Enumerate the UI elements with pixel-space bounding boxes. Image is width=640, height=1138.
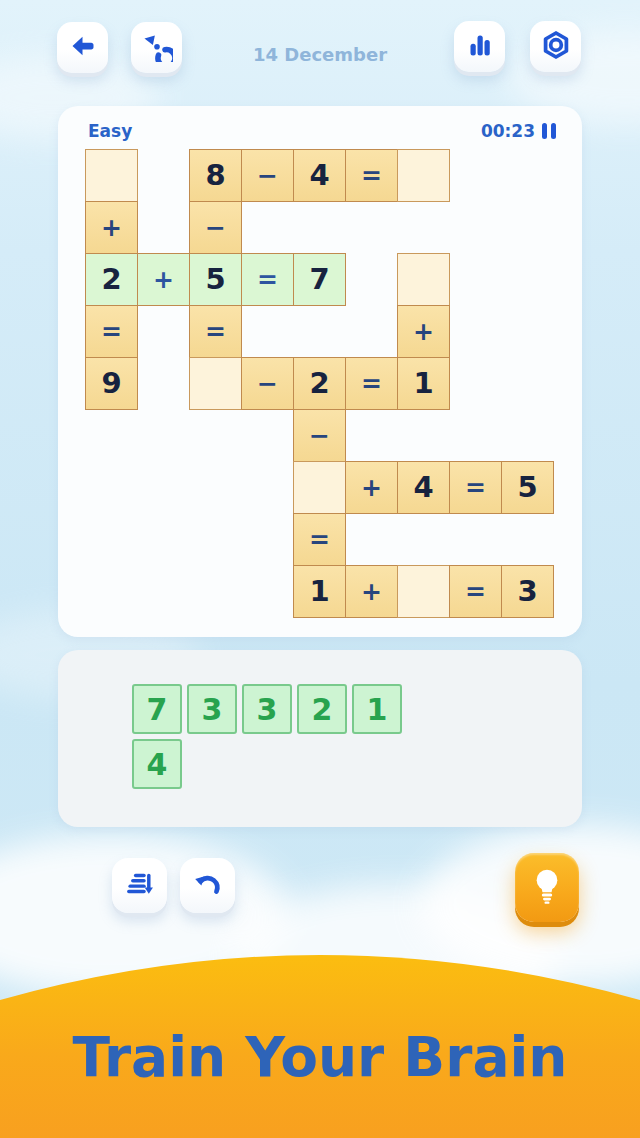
pause-button[interactable] <box>542 123 556 139</box>
pause-icon <box>551 123 556 139</box>
board-cell-r4c7: + <box>397 305 450 358</box>
board-cell-r1c3: 8 <box>189 149 242 202</box>
back-button[interactable] <box>57 22 108 73</box>
back-arrow-icon <box>68 31 98 65</box>
puzzle-panel: Easy 00:23 8−4=+−2+5=7==+9−2=1−+4=5=1+=3 <box>58 106 582 637</box>
board-cell-r9c5: 1 <box>293 565 346 618</box>
board-cell-r3c2: + <box>137 253 190 306</box>
board-cell-r7c9: 5 <box>501 461 554 514</box>
difficulty-label: Easy <box>88 121 132 141</box>
tray-tile-3[interactable]: 3 <box>242 684 292 734</box>
board-cell-r3c5: 7 <box>293 253 346 306</box>
tray-tile-1[interactable]: 1 <box>352 684 402 734</box>
board-cell-r3c1: 2 <box>85 253 138 306</box>
board-cell-r6c5: − <box>293 409 346 462</box>
bar-chart-icon <box>465 30 495 64</box>
pause-icon <box>542 123 547 139</box>
board-cell-r9c7[interactable] <box>397 565 450 618</box>
sort-bars-icon <box>124 868 156 904</box>
board-cell-r8c5: = <box>293 513 346 566</box>
board-cell-r7c6: + <box>345 461 398 514</box>
board-cell-r9c8: = <box>449 565 502 618</box>
tile-tray-panel: 733214 <box>58 650 582 827</box>
restart-icon <box>141 30 173 66</box>
board-cell-r2c1: + <box>85 201 138 254</box>
tray-tile-2[interactable]: 2 <box>297 684 347 734</box>
board-cell-r5c5: 2 <box>293 357 346 410</box>
sort-button[interactable] <box>112 858 167 913</box>
app-screen: 14 December Easy 00:23 8−4=+−2+5=7==+9−2… <box>0 0 640 1138</box>
tray-tile-3[interactable]: 3 <box>187 684 237 734</box>
tray-tile-4[interactable]: 4 <box>132 739 182 789</box>
board-cell-r3c7[interactable] <box>397 253 450 306</box>
timer: 00:23 <box>481 121 556 141</box>
board-cell-r1c5: 4 <box>293 149 346 202</box>
board-cell-r9c6: + <box>345 565 398 618</box>
hexagon-gear-icon <box>540 29 572 65</box>
board-cell-r1c6: = <box>345 149 398 202</box>
board-cell-r9c9: 3 <box>501 565 554 618</box>
tray-tile-7[interactable]: 7 <box>132 684 182 734</box>
board-cell-r4c1: = <box>85 305 138 358</box>
slogan-text: Train Your Brain <box>0 1025 640 1089</box>
board: 8−4=+−2+5=7==+9−2=1−+4=5=1+=3 <box>85 149 555 619</box>
board-cell-r3c3: 5 <box>189 253 242 306</box>
lightbulb-icon <box>527 865 567 911</box>
board-cell-r5c1: 9 <box>85 357 138 410</box>
stats-button[interactable] <box>454 21 505 72</box>
board-cell-r7c7: 4 <box>397 461 450 514</box>
board-cell-r4c3: = <box>189 305 242 358</box>
board-cell-r5c3[interactable] <box>189 357 242 410</box>
board-cell-r5c4: − <box>241 357 294 410</box>
tile-tray: 733214 <box>132 684 512 794</box>
undo-arrow-icon <box>192 868 224 904</box>
undo-button[interactable] <box>180 858 235 913</box>
board-cell-r1c4: − <box>241 149 294 202</box>
board-cell-r5c7: 1 <box>397 357 450 410</box>
board-cell-r3c4: = <box>241 253 294 306</box>
hint-button[interactable] <box>515 853 579 922</box>
restart-button[interactable] <box>131 22 182 73</box>
board-cell-r1c1[interactable] <box>85 149 138 202</box>
board-cell-r7c5[interactable] <box>293 461 346 514</box>
board-cell-r2c3: − <box>189 201 242 254</box>
board-cell-r5c6: = <box>345 357 398 410</box>
timer-value: 00:23 <box>481 121 535 141</box>
settings-button[interactable] <box>530 21 581 72</box>
board-cell-r1c7[interactable] <box>397 149 450 202</box>
board-cell-r7c8: = <box>449 461 502 514</box>
